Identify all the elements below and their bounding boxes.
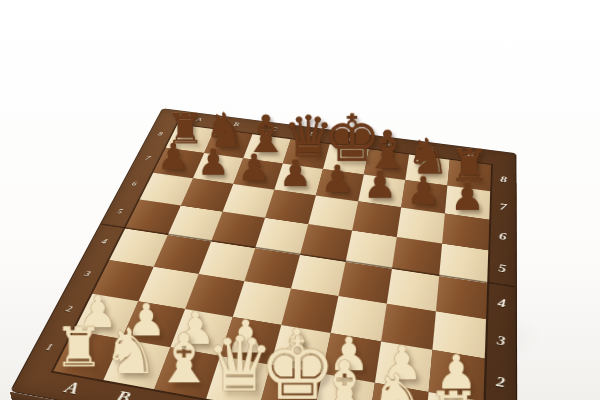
piece-black-pawn: ♟ xyxy=(358,166,401,203)
piece-black-pawn: ♟ xyxy=(274,155,316,192)
square-f7: ♟ xyxy=(358,174,405,207)
piece-black-pawn: ♟ xyxy=(446,178,490,216)
square-e7: ♟ xyxy=(316,169,364,201)
piece-white-bishop: ♝ xyxy=(154,325,208,393)
chess-set-photo: ♜♞♝♛♚♝♞♜♟♟♟♟♟♟♟♟♟♟♟♟♟♟♟♟♜♞♝♛♚♝♞♜ AABBCCD… xyxy=(0,0,600,400)
square-e4 xyxy=(291,255,346,296)
rank-label-right: 3 xyxy=(485,319,517,364)
rank-label-right: 4 xyxy=(486,283,517,324)
square-f1: ♝ xyxy=(313,374,375,400)
square-h7: ♟ xyxy=(445,186,490,220)
rank-label-right: 8 xyxy=(490,165,516,195)
piece-white-queen: ♛ xyxy=(206,326,261,400)
piece-black-pawn: ♟ xyxy=(316,160,359,197)
piece-black-pawn: ♟ xyxy=(402,172,445,210)
piece-white-king: ♚ xyxy=(259,326,314,400)
square-g7: ♟ xyxy=(401,180,447,214)
square-h1: ♜ xyxy=(424,392,483,400)
piece-black-pawn: ♟ xyxy=(193,144,235,180)
piece-black-pawn: ♟ xyxy=(153,139,194,175)
piece-white-rook: ♜ xyxy=(425,383,482,400)
piece-white-knight: ♞ xyxy=(369,366,425,400)
chessboard: ♜♞♝♛♚♝♞♜♟♟♟♟♟♟♟♟♟♟♟♟♟♟♟♟♜♞♝♛♚♝♞♜ AABBCCD… xyxy=(10,108,518,400)
rank-label-right: 7 xyxy=(489,191,516,223)
square-h6 xyxy=(442,213,489,250)
piece-white-rook: ♜ xyxy=(52,319,105,374)
rank-label-right: 2 xyxy=(483,358,517,400)
square-g1: ♞ xyxy=(368,383,428,400)
piece-black-pawn: ♟ xyxy=(233,149,275,186)
rank-label-right: 6 xyxy=(488,219,516,254)
square-g4 xyxy=(387,269,439,311)
board-squares: ♜♞♝♛♚♝♞♜♟♟♟♟♟♟♟♟♟♟♟♟♟♟♟♟♜♞♝♛♚♝♞♜ xyxy=(54,124,491,400)
piece-white-knight: ♞ xyxy=(102,321,155,384)
square-f6 xyxy=(352,201,401,237)
scene: ♜♞♝♛♚♝♞♜♟♟♟♟♟♟♟♟♟♟♟♟♟♟♟♟♜♞♝♛♚♝♞♜ AABBCCD… xyxy=(0,0,600,400)
piece-white-bishop: ♝ xyxy=(313,352,369,400)
